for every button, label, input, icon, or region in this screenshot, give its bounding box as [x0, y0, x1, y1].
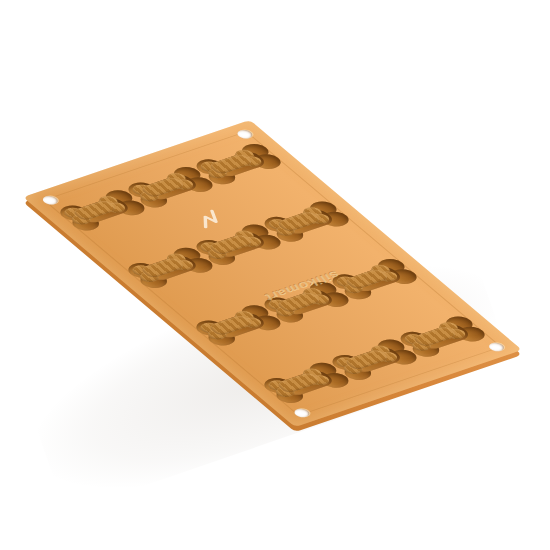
photo-stage: silikomart	[0, 0, 550, 550]
